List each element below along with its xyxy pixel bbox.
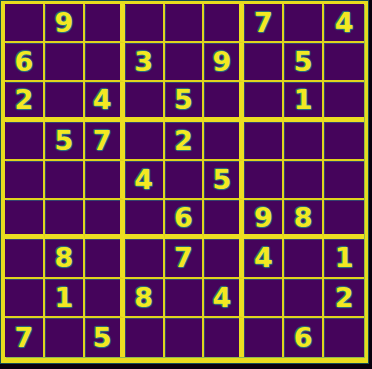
cell-r5c9[interactable] [324,161,364,200]
given-digit: 1 [335,244,354,271]
cell-r1c1[interactable] [5,4,45,43]
cell-r8c4[interactable]: 8 [125,279,165,318]
cell-r7c7[interactable]: 4 [244,239,284,278]
cell-r3c9[interactable] [324,82,364,121]
given-digit: 5 [174,86,193,113]
given-digit: 4 [93,86,112,113]
cell-r7c3[interactable] [85,239,125,278]
cell-r1c3[interactable] [85,4,125,43]
given-digit: 5 [294,48,313,75]
given-digit: 2 [335,284,354,311]
cell-r6c4[interactable] [125,200,165,239]
cell-r6c9[interactable] [324,200,364,239]
cell-r5c7[interactable] [244,161,284,200]
cell-r7c9[interactable]: 1 [324,239,364,278]
cell-r1c8[interactable] [284,4,324,43]
given-digit: 8 [54,244,73,271]
cell-r4c8[interactable] [284,122,324,161]
cell-r9c7[interactable] [244,318,284,357]
given-digit: 9 [212,48,231,75]
cell-r6c5[interactable]: 6 [165,200,205,239]
cell-r1c6[interactable] [204,4,244,43]
cell-r8c2[interactable]: 1 [45,279,85,318]
cell-r9c9[interactable] [324,318,364,357]
cell-r2c6[interactable]: 9 [204,43,244,82]
cell-r4c7[interactable] [244,122,284,161]
cell-r9c3[interactable]: 5 [85,318,125,357]
cell-r9c8[interactable]: 6 [284,318,324,357]
cell-r1c5[interactable] [165,4,205,43]
given-digit: 7 [174,244,193,271]
cell-r3c2[interactable] [45,82,85,121]
sudoku-board: 974639524515724569887411842756 [1,1,368,363]
cell-r9c2[interactable] [45,318,85,357]
given-digit: 4 [212,284,231,311]
cell-r7c2[interactable]: 8 [45,239,85,278]
given-digit: 5 [93,324,112,351]
cell-r5c2[interactable] [45,161,85,200]
given-digit: 7 [93,127,112,154]
cell-r4c2[interactable]: 5 [45,122,85,161]
cell-r4c6[interactable] [204,122,244,161]
cell-r2c8[interactable]: 5 [284,43,324,82]
given-digit: 9 [254,204,273,231]
cell-r3c6[interactable] [204,82,244,121]
given-digit: 7 [254,9,273,36]
cell-r6c7[interactable]: 9 [244,200,284,239]
cell-r2c7[interactable] [244,43,284,82]
cell-r6c2[interactable] [45,200,85,239]
cell-r5c6[interactable]: 5 [204,161,244,200]
cell-r5c4[interactable]: 4 [125,161,165,200]
given-digit: 5 [212,166,231,193]
given-digit: 2 [15,86,34,113]
cell-r3c7[interactable] [244,82,284,121]
cell-r1c4[interactable] [125,4,165,43]
cell-r3c3[interactable]: 4 [85,82,125,121]
cell-r2c4[interactable]: 3 [125,43,165,82]
given-digit: 8 [134,284,153,311]
cell-r2c9[interactable] [324,43,364,82]
cell-r2c1[interactable]: 6 [5,43,45,82]
cell-r5c1[interactable] [5,161,45,200]
cell-r2c2[interactable] [45,43,85,82]
cell-r1c7[interactable]: 7 [244,4,284,43]
given-digit: 6 [294,324,313,351]
given-digit: 2 [174,127,193,154]
cell-r7c8[interactable] [284,239,324,278]
cell-r9c5[interactable] [165,318,205,357]
cell-r8c9[interactable]: 2 [324,279,364,318]
given-digit: 7 [15,324,34,351]
cell-r9c1[interactable]: 7 [5,318,45,357]
given-digit: 6 [15,48,34,75]
cell-r3c4[interactable] [125,82,165,121]
cell-r4c1[interactable] [5,122,45,161]
cell-r6c8[interactable]: 8 [284,200,324,239]
cell-r5c5[interactable] [165,161,205,200]
given-digit: 5 [54,127,73,154]
cell-r8c8[interactable] [284,279,324,318]
cell-r7c6[interactable] [204,239,244,278]
cell-r1c2[interactable]: 9 [45,4,85,43]
cell-r2c5[interactable] [165,43,205,82]
given-digit: 9 [54,9,73,36]
given-digit: 8 [294,204,313,231]
given-digit: 4 [134,166,153,193]
given-digit: 6 [174,204,193,231]
cell-r4c4[interactable] [125,122,165,161]
cell-r3c5[interactable]: 5 [165,82,205,121]
cell-r6c1[interactable] [5,200,45,239]
cell-r3c1[interactable]: 2 [5,82,45,121]
sudoku-screenshot: 974639524515724569887411842756 [0,0,372,369]
given-digit: 3 [134,48,153,75]
cell-r5c3[interactable] [85,161,125,200]
cell-r8c7[interactable] [244,279,284,318]
cell-r9c4[interactable] [125,318,165,357]
cell-r6c3[interactable] [85,200,125,239]
given-digit: 4 [335,9,354,36]
cell-r8c3[interactable] [85,279,125,318]
cell-r7c5[interactable]: 7 [165,239,205,278]
cell-r4c3[interactable]: 7 [85,122,125,161]
cell-r4c5[interactable]: 2 [165,122,205,161]
cell-r2c3[interactable] [85,43,125,82]
cell-r6c6[interactable] [204,200,244,239]
cell-r8c6[interactable]: 4 [204,279,244,318]
cell-r4c9[interactable] [324,122,364,161]
cell-r8c1[interactable] [5,279,45,318]
given-digit: 1 [54,284,73,311]
cell-r7c1[interactable] [5,239,45,278]
cell-r9c6[interactable] [204,318,244,357]
given-digit: 1 [294,86,313,113]
given-digit: 4 [254,244,273,271]
cell-r7c4[interactable] [125,239,165,278]
cell-r5c8[interactable] [284,161,324,200]
cell-r3c8[interactable]: 1 [284,82,324,121]
cell-r1c9[interactable]: 4 [324,4,364,43]
cell-r8c5[interactable] [165,279,205,318]
